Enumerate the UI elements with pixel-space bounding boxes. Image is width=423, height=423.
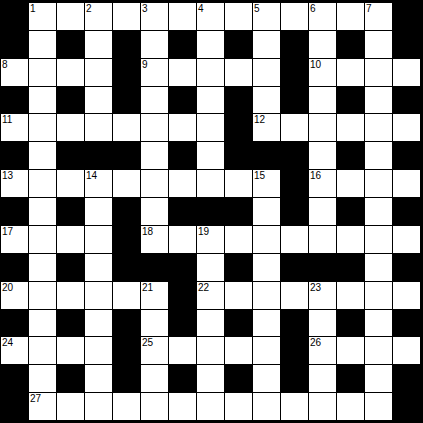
cell-r4c14[interactable] (393, 114, 420, 141)
block-r7c6 (169, 198, 196, 225)
cell-r7c13[interactable] (365, 198, 392, 225)
cell-r0c7[interactable]: 4 (197, 3, 224, 30)
block-r3c4 (113, 87, 140, 114)
block-r3c8 (225, 87, 252, 114)
cell-r8c7[interactable]: 19 (197, 226, 224, 253)
cell-r2c7[interactable] (197, 59, 224, 86)
cell-r3c13[interactable] (365, 87, 392, 114)
cell-r14c11[interactable] (309, 393, 336, 420)
cell-r10c5[interactable]: 21 (141, 282, 168, 309)
clue-number-6: 6 (310, 3, 316, 14)
cell-r3c3[interactable] (85, 87, 112, 114)
block-r3c10 (281, 87, 308, 114)
cell-r8c3[interactable] (85, 226, 112, 253)
cell-r3c7[interactable] (197, 87, 224, 114)
block-r3c6 (169, 87, 196, 114)
cell-r12c11[interactable]: 26 (309, 337, 336, 364)
cell-r0c4[interactable] (113, 3, 140, 30)
cell-r4c1[interactable] (29, 114, 56, 141)
block-r13c0 (1, 365, 28, 392)
cell-r2c12[interactable] (337, 59, 364, 86)
cell-r8c10[interactable] (281, 226, 308, 253)
block-r6c10 (281, 170, 308, 197)
cell-r6c4[interactable] (113, 170, 140, 197)
cell-r2c3[interactable] (85, 59, 112, 86)
cell-r3c9[interactable] (253, 87, 280, 114)
cell-r2c9[interactable] (253, 59, 280, 86)
block-r3c12 (337, 87, 364, 114)
block-r11c4 (113, 310, 140, 337)
cell-r8c11[interactable] (309, 226, 336, 253)
block-r5c10 (281, 142, 308, 169)
block-r13c10 (281, 365, 308, 392)
block-r13c6 (169, 365, 196, 392)
cell-r14c9[interactable] (253, 393, 280, 420)
cell-r2c6[interactable] (169, 59, 196, 86)
cell-r10c2[interactable] (57, 282, 84, 309)
clue-number-8: 8 (2, 59, 8, 70)
cell-r14c12[interactable] (337, 393, 364, 420)
cell-r2c14[interactable] (393, 59, 420, 86)
cell-r3c11[interactable] (309, 87, 336, 114)
cell-r8c13[interactable] (365, 226, 392, 253)
cell-r0c5[interactable]: 3 (141, 3, 168, 30)
clue-number-20: 20 (2, 282, 13, 293)
cell-r11c7[interactable] (197, 310, 224, 337)
block-r8c4 (113, 226, 140, 253)
clue-number-21: 21 (142, 282, 153, 293)
block-r9c5 (141, 254, 168, 281)
cell-r14c6[interactable] (169, 393, 196, 420)
cell-r8c14[interactable] (393, 226, 420, 253)
block-r14c0 (1, 393, 28, 420)
cell-r5c1[interactable] (29, 142, 56, 169)
cell-r0c1[interactable]: 1 (29, 3, 56, 30)
cell-r8c6[interactable] (169, 226, 196, 253)
cell-r0c6[interactable] (169, 3, 196, 30)
cell-r13c9[interactable] (253, 365, 280, 392)
block-r13c12 (337, 365, 364, 392)
cell-r10c10[interactable] (281, 282, 308, 309)
block-r5c9 (253, 142, 280, 169)
block-r9c11 (309, 254, 336, 281)
cell-r3c5[interactable] (141, 87, 168, 114)
block-r5c6 (169, 142, 196, 169)
block-r11c12 (337, 310, 364, 337)
cell-r1c1[interactable] (29, 31, 56, 58)
cell-r0c13[interactable]: 7 (365, 3, 392, 30)
block-r9c2 (57, 254, 84, 281)
clue-number-12: 12 (254, 114, 265, 125)
cell-r1c3[interactable] (85, 31, 112, 58)
clue-number-26: 26 (310, 337, 321, 348)
block-r7c2 (57, 198, 84, 225)
cell-r7c3[interactable] (85, 198, 112, 225)
block-r11c14 (393, 310, 420, 337)
block-r5c8 (225, 142, 252, 169)
crossword-board: 1234567891011121314151617181920212223242… (0, 0, 423, 423)
cell-r14c7[interactable] (197, 393, 224, 420)
cell-r12c2[interactable] (57, 337, 84, 364)
cell-r9c9[interactable] (253, 254, 280, 281)
block-r7c0 (1, 198, 28, 225)
cell-r4c4[interactable] (113, 114, 140, 141)
cell-r9c3[interactable] (85, 254, 112, 281)
block-r11c0 (1, 310, 28, 337)
block-r13c8 (225, 365, 252, 392)
cell-r2c11[interactable]: 10 (309, 59, 336, 86)
cell-r10c4[interactable] (113, 282, 140, 309)
cell-r2c1[interactable] (29, 59, 56, 86)
cell-r10c14[interactable] (393, 282, 420, 309)
block-r7c14 (393, 198, 420, 225)
cell-r8c8[interactable] (225, 226, 252, 253)
cell-r9c1[interactable] (29, 254, 56, 281)
block-r1c12 (337, 31, 364, 58)
cell-r6c1[interactable] (29, 170, 56, 197)
cell-r5c11[interactable] (309, 142, 336, 169)
block-r3c2 (57, 87, 84, 114)
cell-r1c7[interactable] (197, 31, 224, 58)
clue-number-19: 19 (198, 226, 209, 237)
cell-r0c12[interactable] (337, 3, 364, 30)
cell-r14c13[interactable] (365, 393, 392, 420)
cell-r4c3[interactable] (85, 114, 112, 141)
block-r13c14 (393, 365, 420, 392)
cell-r10c7[interactable]: 22 (197, 282, 224, 309)
cell-r14c4[interactable] (113, 393, 140, 420)
cell-r7c11[interactable] (309, 198, 336, 225)
block-r1c8 (225, 31, 252, 58)
cell-r6c6[interactable] (169, 170, 196, 197)
cell-r8c9[interactable] (253, 226, 280, 253)
cell-r12c12[interactable] (337, 337, 364, 364)
clue-number-13: 13 (2, 170, 13, 181)
cell-r6c12[interactable] (337, 170, 364, 197)
cell-r10c9[interactable] (253, 282, 280, 309)
cell-r14c10[interactable] (281, 393, 308, 420)
cell-r10c11[interactable]: 23 (309, 282, 336, 309)
block-r2c4 (113, 59, 140, 86)
cell-r2c8[interactable] (225, 59, 252, 86)
cell-r11c3[interactable] (85, 310, 112, 337)
block-r9c14 (393, 254, 420, 281)
clue-number-22: 22 (198, 282, 209, 293)
cell-r12c5[interactable]: 25 (141, 337, 168, 364)
block-r5c14 (393, 142, 420, 169)
cell-r12c13[interactable] (365, 337, 392, 364)
cell-r10c13[interactable] (365, 282, 392, 309)
block-r4c8 (225, 114, 252, 141)
block-r12c10 (281, 337, 308, 364)
cell-r4c6[interactable] (169, 114, 196, 141)
cell-r6c2[interactable] (57, 170, 84, 197)
cell-r5c5[interactable] (141, 142, 168, 169)
block-r9c0 (1, 254, 28, 281)
block-r7c12 (337, 198, 364, 225)
cell-r1c11[interactable] (309, 31, 336, 58)
cell-r0c3[interactable]: 2 (85, 3, 112, 30)
cell-r11c1[interactable] (29, 310, 56, 337)
block-r1c0 (1, 31, 28, 58)
cell-r2c13[interactable] (365, 59, 392, 86)
cell-r13c1[interactable] (29, 365, 56, 392)
cell-r12c14[interactable] (393, 337, 420, 364)
block-r1c6 (169, 31, 196, 58)
cell-r1c5[interactable] (141, 31, 168, 58)
cell-r10c0[interactable]: 20 (1, 282, 28, 309)
cell-r6c13[interactable] (365, 170, 392, 197)
clue-number-18: 18 (142, 226, 153, 237)
cell-r14c3[interactable] (85, 393, 112, 420)
cell-r6c11[interactable]: 16 (309, 170, 336, 197)
block-r9c6 (169, 254, 196, 281)
clue-number-15: 15 (254, 170, 265, 181)
cell-r14c8[interactable] (225, 393, 252, 420)
block-r13c2 (57, 365, 84, 392)
crossword-grid: 1234567891011121314151617181920212223242… (1, 3, 420, 420)
cell-r6c9[interactable]: 15 (253, 170, 280, 197)
block-r3c0 (1, 87, 28, 114)
cell-r13c13[interactable] (365, 365, 392, 392)
cell-r12c6[interactable] (169, 337, 196, 364)
clue-number-3: 3 (142, 3, 148, 14)
cell-r5c13[interactable] (365, 142, 392, 169)
cell-r0c2[interactable] (57, 3, 84, 30)
cell-r6c7[interactable] (197, 170, 224, 197)
cell-r5c7[interactable] (197, 142, 224, 169)
cell-r0c8[interactable] (225, 3, 252, 30)
block-r1c4 (113, 31, 140, 58)
cell-r7c9[interactable] (253, 198, 280, 225)
clue-number-25: 25 (142, 337, 153, 348)
cell-r11c5[interactable] (141, 310, 168, 337)
block-r0c14 (393, 3, 420, 30)
clue-number-14: 14 (86, 170, 97, 181)
cell-r7c1[interactable] (29, 198, 56, 225)
cell-r10c12[interactable] (337, 282, 364, 309)
cell-r0c9[interactable]: 5 (253, 3, 280, 30)
clue-number-10: 10 (310, 59, 321, 70)
cell-r14c5[interactable] (141, 393, 168, 420)
clue-number-4: 4 (198, 3, 204, 14)
block-r7c7 (197, 198, 224, 225)
cell-r4c13[interactable] (365, 114, 392, 141)
clue-number-5: 5 (254, 3, 260, 14)
cell-r12c0[interactable]: 24 (1, 337, 28, 364)
clue-number-2: 2 (86, 3, 92, 14)
cell-r1c13[interactable] (365, 31, 392, 58)
cell-r2c2[interactable] (57, 59, 84, 86)
clue-number-7: 7 (366, 3, 372, 14)
cell-r8c1[interactable] (29, 226, 56, 253)
block-r11c2 (57, 310, 84, 337)
cell-r6c3[interactable]: 14 (85, 170, 112, 197)
cell-r4c5[interactable] (141, 114, 168, 141)
block-r0c0 (1, 3, 28, 30)
block-r5c3 (85, 142, 112, 169)
cell-r13c7[interactable] (197, 365, 224, 392)
clue-number-23: 23 (310, 282, 321, 293)
clue-number-16: 16 (310, 170, 321, 181)
cell-r4c11[interactable] (309, 114, 336, 141)
cell-r8c0[interactable]: 17 (1, 226, 28, 253)
block-r2c10 (281, 59, 308, 86)
clue-number-24: 24 (2, 337, 13, 348)
block-r7c10 (281, 198, 308, 225)
block-r9c8 (225, 254, 252, 281)
cell-r6c8[interactable] (225, 170, 252, 197)
clue-number-9: 9 (142, 59, 148, 70)
cell-r14c2[interactable] (57, 393, 84, 420)
cell-r0c11[interactable]: 6 (309, 3, 336, 30)
block-r11c6 (169, 310, 196, 337)
cell-r9c13[interactable] (365, 254, 392, 281)
cell-r11c9[interactable] (253, 310, 280, 337)
cell-r12c3[interactable] (85, 337, 112, 364)
block-r7c4 (113, 198, 140, 225)
cell-r12c1[interactable] (29, 337, 56, 364)
cell-r8c2[interactable] (57, 226, 84, 253)
block-r3c14 (393, 87, 420, 114)
cell-r13c3[interactable] (85, 365, 112, 392)
cell-r4c7[interactable] (197, 114, 224, 141)
block-r10c6 (169, 282, 196, 309)
cell-r4c2[interactable] (57, 114, 84, 141)
cell-r7c5[interactable] (141, 198, 168, 225)
block-r11c8 (225, 310, 252, 337)
cell-r10c1[interactable] (29, 282, 56, 309)
cell-r1c9[interactable] (253, 31, 280, 58)
cell-r4c12[interactable] (337, 114, 364, 141)
block-r9c10 (281, 254, 308, 281)
cell-r6c14[interactable] (393, 170, 420, 197)
cell-r11c11[interactable] (309, 310, 336, 337)
cell-r4c0[interactable]: 11 (1, 114, 28, 141)
block-r5c12 (337, 142, 364, 169)
cell-r8c12[interactable] (337, 226, 364, 253)
block-r13c4 (113, 365, 140, 392)
cell-r11c13[interactable] (365, 310, 392, 337)
cell-r3c1[interactable] (29, 87, 56, 114)
block-r9c4 (113, 254, 140, 281)
block-r5c0 (1, 142, 28, 169)
clue-number-11: 11 (2, 114, 12, 125)
block-r9c12 (337, 254, 364, 281)
block-r12c4 (113, 337, 140, 364)
cell-r4c9[interactable]: 12 (253, 114, 280, 141)
cell-r6c5[interactable] (141, 170, 168, 197)
block-r1c2 (57, 31, 84, 58)
block-r5c2 (57, 142, 84, 169)
cell-r4c10[interactable] (281, 114, 308, 141)
cell-r9c7[interactable] (197, 254, 224, 281)
cell-r12c7[interactable] (197, 337, 224, 364)
cell-r0c10[interactable] (281, 3, 308, 30)
cell-r13c5[interactable] (141, 365, 168, 392)
clue-number-1: 1 (30, 3, 36, 14)
cell-r10c3[interactable] (85, 282, 112, 309)
block-r14c14 (393, 393, 420, 420)
clue-number-17: 17 (2, 226, 13, 237)
cell-r2c5[interactable]: 9 (141, 59, 168, 86)
block-r11c10 (281, 310, 308, 337)
cell-r12c9[interactable] (253, 337, 280, 364)
block-r7c8 (225, 198, 252, 225)
cell-r2c0[interactable]: 8 (1, 59, 28, 86)
block-r1c10 (281, 31, 308, 58)
block-r1c14 (393, 31, 420, 58)
cell-r12c8[interactable] (225, 337, 252, 364)
cell-r10c8[interactable] (225, 282, 252, 309)
block-r5c4 (113, 142, 140, 169)
cell-r13c11[interactable] (309, 365, 336, 392)
cell-r6c0[interactable]: 13 (1, 170, 28, 197)
clue-number-27: 27 (30, 393, 41, 404)
cell-r8c5[interactable]: 18 (141, 226, 168, 253)
cell-r14c1[interactable]: 27 (29, 393, 56, 420)
